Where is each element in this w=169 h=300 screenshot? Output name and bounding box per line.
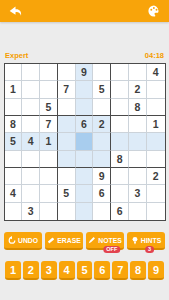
cell-r1c3[interactable] [40, 64, 58, 81]
cell-r4c5[interactable]: 6 [76, 116, 94, 133]
cell-r6c3[interactable] [40, 151, 58, 168]
cell-r2c7[interactable] [111, 81, 129, 98]
cell-r3c1[interactable] [5, 99, 23, 116]
cell-r7c5[interactable] [76, 168, 94, 185]
cell-r1c6[interactable] [93, 64, 111, 81]
numpad-8[interactable]: 8 [130, 261, 146, 280]
sudoku-board: 9417525887621541892456336 [4, 63, 166, 221]
cell-r3c5[interactable] [76, 99, 94, 116]
cell-r3c2[interactable] [22, 99, 40, 116]
cell-r8c4[interactable]: 5 [58, 185, 76, 202]
cell-r3c7[interactable] [111, 99, 129, 116]
numpad-2[interactable]: 2 [23, 261, 39, 280]
hints-count-badge: 3 [145, 246, 154, 254]
cell-r7c8[interactable] [129, 168, 147, 185]
cell-r1c7[interactable] [111, 64, 129, 81]
cell-r7c6[interactable]: 9 [93, 168, 111, 185]
cell-r4c1[interactable]: 8 [5, 116, 23, 133]
cell-r2c4[interactable]: 7 [58, 81, 76, 98]
cell-r9c7[interactable]: 6 [111, 203, 129, 220]
cell-r6c5[interactable] [76, 151, 94, 168]
cell-r6c8[interactable] [129, 151, 147, 168]
cell-r5c1[interactable]: 5 [5, 133, 23, 150]
cell-r2c1[interactable]: 1 [5, 81, 23, 98]
cell-r5c5[interactable] [76, 133, 94, 150]
cell-r7c3[interactable] [40, 168, 58, 185]
cell-r9c9[interactable] [147, 203, 165, 220]
undo-button[interactable]: UNDO [4, 232, 42, 250]
status-row: Expert 04:18 [0, 51, 169, 60]
difficulty-label: Expert [5, 51, 28, 60]
cell-r8c7[interactable] [111, 185, 129, 202]
cell-r5c6[interactable] [93, 133, 111, 150]
numpad-6[interactable]: 6 [94, 261, 110, 280]
cell-r7c7[interactable] [111, 168, 129, 185]
cell-r6c7[interactable]: 8 [111, 151, 129, 168]
cell-r9c3[interactable] [40, 203, 58, 220]
cell-r2c8[interactable]: 2 [129, 81, 147, 98]
number-pad: 123456789 [5, 261, 164, 280]
timer: 04:18 [145, 51, 164, 60]
cell-r8c2[interactable] [22, 185, 40, 202]
app-bar [0, 0, 169, 22]
cell-r9c4[interactable] [58, 203, 76, 220]
cell-r9c6[interactable] [93, 203, 111, 220]
cell-r8c6[interactable]: 6 [93, 185, 111, 202]
cell-r1c1[interactable] [5, 64, 23, 81]
cell-r4c4[interactable] [58, 116, 76, 133]
cell-r3c8[interactable]: 8 [129, 99, 147, 116]
cell-r2c3[interactable] [40, 81, 58, 98]
cell-r6c6[interactable] [93, 151, 111, 168]
cell-r1c4[interactable] [58, 64, 76, 81]
cell-r3c9[interactable] [147, 99, 165, 116]
palette-icon[interactable] [147, 4, 161, 18]
cell-r5c8[interactable] [129, 133, 147, 150]
cell-r5c3[interactable]: 1 [40, 133, 58, 150]
cell-r8c9[interactable] [147, 185, 165, 202]
cell-r8c3[interactable] [40, 185, 58, 202]
cell-r7c1[interactable] [5, 168, 23, 185]
notes-button[interactable]: NOTES OFF [86, 232, 124, 250]
cell-r3c6[interactable] [93, 99, 111, 116]
cell-r1c8[interactable] [129, 64, 147, 81]
hints-button[interactable]: HINTS 3 [127, 232, 165, 250]
cell-r4c2[interactable] [22, 116, 40, 133]
numpad-7[interactable]: 7 [112, 261, 128, 280]
cell-r4c8[interactable] [129, 116, 147, 133]
cell-r2c5[interactable] [76, 81, 94, 98]
cell-r2c6[interactable]: 5 [93, 81, 111, 98]
cell-r2c2[interactable] [22, 81, 40, 98]
cell-r7c9[interactable]: 2 [147, 168, 165, 185]
bulb-icon [131, 236, 139, 245]
control-buttons: UNDO ERASE NOTES OFF HINTS 3 [4, 232, 165, 250]
cell-r7c2[interactable] [22, 168, 40, 185]
numpad-4[interactable]: 4 [59, 261, 75, 280]
cell-r6c9[interactable] [147, 151, 165, 168]
cell-r4c3[interactable]: 7 [40, 116, 58, 133]
cell-r9c2[interactable]: 3 [22, 203, 40, 220]
pencil-icon [88, 236, 96, 244]
cell-r9c5[interactable] [76, 203, 94, 220]
cell-r9c8[interactable] [129, 203, 147, 220]
cell-r7c4[interactable] [58, 168, 76, 185]
back-arrow-icon[interactable] [8, 4, 23, 19]
cell-r5c4[interactable] [58, 133, 76, 150]
cell-r5c7[interactable] [111, 133, 129, 150]
cell-r6c1[interactable] [5, 151, 23, 168]
cell-r8c5[interactable] [76, 185, 94, 202]
eraser-icon [47, 236, 55, 244]
cell-r1c2[interactable] [22, 64, 40, 81]
numpad-3[interactable]: 3 [41, 261, 57, 280]
cell-r6c4[interactable] [58, 151, 76, 168]
cell-r4c6[interactable]: 2 [93, 116, 111, 133]
cell-r5c2[interactable]: 4 [22, 133, 40, 150]
cell-r4c7[interactable] [111, 116, 129, 133]
cell-r9c1[interactable] [5, 203, 23, 220]
cell-r6c2[interactable] [22, 151, 40, 168]
cell-r4c9[interactable]: 1 [147, 116, 165, 133]
cell-r8c8[interactable]: 3 [129, 185, 147, 202]
numpad-5[interactable]: 5 [77, 261, 93, 280]
cell-r3c3[interactable]: 5 [40, 99, 58, 116]
cell-r1c9[interactable]: 4 [147, 64, 165, 81]
numpad-9[interactable]: 9 [148, 261, 164, 280]
cell-r2c9[interactable] [147, 81, 165, 98]
notes-off-badge: OFF [103, 246, 120, 254]
undo-icon [8, 236, 16, 244]
erase-button[interactable]: ERASE [45, 232, 83, 250]
cell-r1c5[interactable]: 9 [76, 64, 94, 81]
cell-r5c9[interactable] [147, 133, 165, 150]
cell-r8c1[interactable]: 4 [5, 185, 23, 202]
cell-r3c4[interactable] [58, 99, 76, 116]
numpad-1[interactable]: 1 [5, 261, 21, 280]
